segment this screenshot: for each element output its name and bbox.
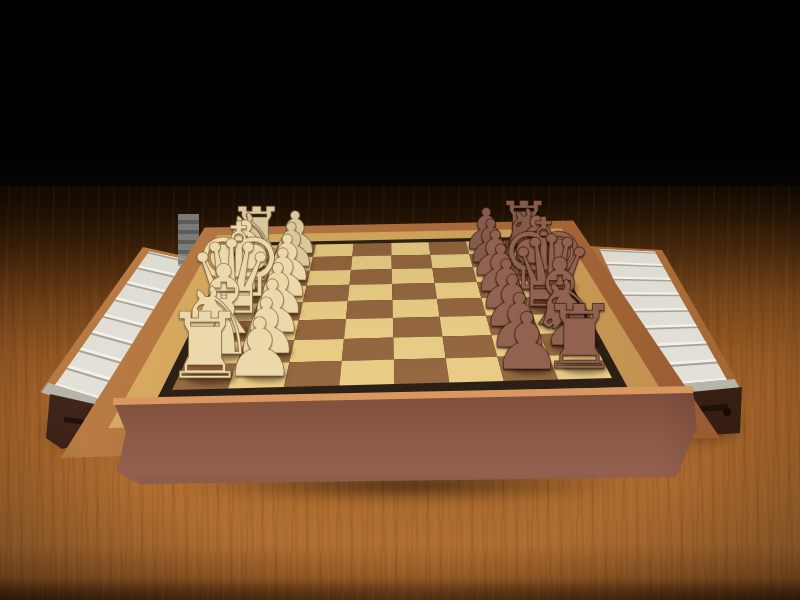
photo-scene: ♜♟♟♜♞♟♟♞♝♟♟♝♚♟♟♚♛♟♟♛♝♟♟♝♞♟♟♞♜♟♟♜: [0, 0, 800, 600]
white-rook-a1: ♜: [164, 301, 246, 393]
vignette: [0, 0, 800, 600]
black-pawn-a7: ♟: [491, 304, 562, 383]
